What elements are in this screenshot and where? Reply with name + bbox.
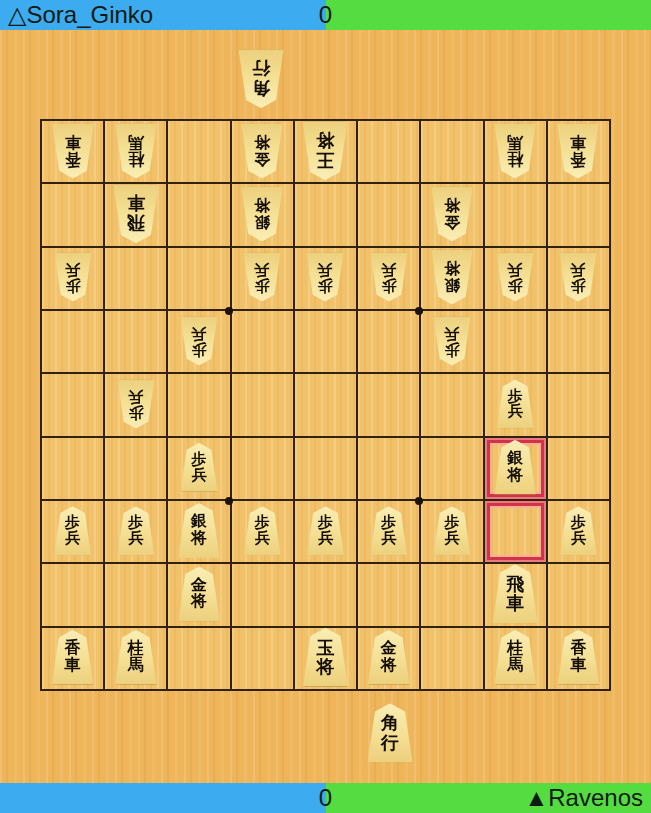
board-cell[interactable] bbox=[168, 184, 229, 245]
board-cell[interactable]: 歩兵 bbox=[232, 248, 293, 309]
board-cell[interactable] bbox=[105, 248, 166, 309]
board-cell[interactable]: 歩兵 bbox=[295, 248, 356, 309]
board-cell[interactable] bbox=[168, 248, 229, 309]
board-cell[interactable]: 歩兵 bbox=[168, 311, 229, 372]
board-cell[interactable] bbox=[232, 564, 293, 625]
board-cell[interactable] bbox=[485, 311, 546, 372]
shogi-piece[interactable]: 銀将 bbox=[492, 440, 538, 495]
board-cell[interactable] bbox=[421, 374, 482, 435]
shogi-piece[interactable]: 桂馬 bbox=[492, 630, 538, 685]
board-cell[interactable] bbox=[42, 564, 103, 625]
shogi-piece[interactable]: 桂馬 bbox=[492, 123, 538, 178]
star-point bbox=[415, 497, 423, 505]
shogi-piece[interactable]: 歩兵 bbox=[52, 506, 93, 555]
board-cell[interactable]: 桂馬 bbox=[485, 121, 546, 182]
board-cell[interactable] bbox=[485, 184, 546, 245]
board-cell[interactable]: 銀将 bbox=[232, 184, 293, 245]
shogi-piece[interactable]: 歩兵 bbox=[115, 380, 156, 429]
board-cell[interactable]: 香車 bbox=[42, 628, 103, 689]
board-cell[interactable] bbox=[42, 374, 103, 435]
board-cell[interactable] bbox=[358, 438, 419, 499]
board-cell[interactable]: 歩兵 bbox=[421, 501, 482, 562]
board-cell[interactable]: 金将 bbox=[358, 628, 419, 689]
board-cell[interactable] bbox=[168, 628, 229, 689]
shogi-piece[interactable]: 歩兵 bbox=[305, 506, 346, 555]
shogi-piece[interactable]: 歩兵 bbox=[179, 443, 220, 492]
gote-clock: 0 bbox=[0, 0, 651, 30]
board-cell[interactable] bbox=[105, 311, 166, 372]
shogi-piece[interactable]: 香車 bbox=[50, 630, 96, 685]
shogi-piece[interactable]: 香車 bbox=[50, 123, 96, 178]
board-cell[interactable]: 歩兵 bbox=[358, 248, 419, 309]
board-cell[interactable]: 歩兵 bbox=[168, 438, 229, 499]
board-cell[interactable]: 歩兵 bbox=[421, 311, 482, 372]
board-cell[interactable] bbox=[548, 564, 609, 625]
board-cell[interactable] bbox=[232, 438, 293, 499]
shogi-piece[interactable]: 飛車 bbox=[111, 184, 161, 243]
shogi-app: △Sora_Ginko 0 香車桂馬金将王将桂馬香車飛車銀将金将歩兵歩兵歩兵歩兵… bbox=[0, 0, 651, 813]
board-cell[interactable]: 歩兵 bbox=[42, 248, 103, 309]
board-cell[interactable] bbox=[548, 438, 609, 499]
shogi-piece[interactable]: 香車 bbox=[555, 123, 601, 178]
board-cell[interactable] bbox=[421, 628, 482, 689]
shogi-piece[interactable]: 飛車 bbox=[490, 564, 540, 623]
board-cell[interactable]: 金将 bbox=[232, 121, 293, 182]
board-cell[interactable]: 玉将 bbox=[295, 628, 356, 689]
star-point bbox=[415, 307, 423, 315]
shogi-piece[interactable]: 歩兵 bbox=[495, 253, 536, 302]
board-cell[interactable]: 桂馬 bbox=[485, 628, 546, 689]
board-cell[interactable]: 歩兵 bbox=[548, 248, 609, 309]
top-player-bar: △Sora_Ginko 0 bbox=[0, 0, 651, 30]
board-cell[interactable] bbox=[105, 564, 166, 625]
board-cell[interactable]: 歩兵 bbox=[105, 374, 166, 435]
board-cell[interactable] bbox=[421, 121, 482, 182]
shogi-piece[interactable]: 歩兵 bbox=[431, 506, 472, 555]
board-cell[interactable]: 歩兵 bbox=[358, 501, 419, 562]
shogi-piece[interactable]: 歩兵 bbox=[558, 506, 599, 555]
board-cell[interactable]: 金将 bbox=[421, 184, 482, 245]
board-cell[interactable]: 金将 bbox=[168, 564, 229, 625]
board-cell[interactable]: 銀将 bbox=[485, 438, 546, 499]
shogi-piece[interactable]: 歩兵 bbox=[242, 506, 283, 555]
shogi-piece[interactable]: 金将 bbox=[366, 630, 412, 685]
board-cell[interactable] bbox=[358, 311, 419, 372]
board-cell[interactable] bbox=[485, 501, 546, 562]
shogi-piece[interactable]: 銀将 bbox=[429, 250, 475, 305]
shogi-piece[interactable]: 歩兵 bbox=[368, 506, 409, 555]
shogi-piece[interactable]: 金将 bbox=[176, 566, 222, 621]
board-cell[interactable]: 桂馬 bbox=[105, 628, 166, 689]
board-cell[interactable]: 歩兵 bbox=[105, 501, 166, 562]
board-cell[interactable] bbox=[548, 374, 609, 435]
board-cell[interactable]: 歩兵 bbox=[485, 248, 546, 309]
shogi-piece[interactable]: 歩兵 bbox=[115, 506, 156, 555]
shogi-piece[interactable]: 玉将 bbox=[300, 628, 350, 687]
shogi-piece[interactable]: 香車 bbox=[555, 630, 601, 685]
board-cell[interactable] bbox=[42, 311, 103, 372]
shogi-piece[interactable]: 銀将 bbox=[176, 503, 222, 558]
board-cell[interactable] bbox=[358, 121, 419, 182]
board-cell[interactable]: 香車 bbox=[548, 121, 609, 182]
shogi-piece[interactable]: 歩兵 bbox=[431, 316, 472, 365]
board-cell[interactable] bbox=[232, 311, 293, 372]
shogi-piece[interactable]: 金将 bbox=[239, 123, 285, 178]
board-cell[interactable] bbox=[295, 311, 356, 372]
shogi-piece[interactable]: 歩兵 bbox=[242, 253, 283, 302]
board-cell[interactable] bbox=[548, 311, 609, 372]
board-cell[interactable] bbox=[421, 564, 482, 625]
board-cell[interactable]: 歩兵 bbox=[295, 501, 356, 562]
board-cell[interactable]: 香車 bbox=[42, 121, 103, 182]
shogi-piece[interactable]: 歩兵 bbox=[305, 253, 346, 302]
shogi-piece[interactable]: 金将 bbox=[429, 186, 475, 241]
board-cell[interactable]: 歩兵 bbox=[548, 501, 609, 562]
board-cell[interactable]: 王将 bbox=[295, 121, 356, 182]
board-cell[interactable] bbox=[232, 374, 293, 435]
shogi-piece[interactable]: 王将 bbox=[300, 121, 350, 180]
board-cell[interactable] bbox=[358, 374, 419, 435]
board-cell[interactable] bbox=[358, 564, 419, 625]
board-cell[interactable] bbox=[42, 438, 103, 499]
board-cell[interactable] bbox=[358, 184, 419, 245]
shogi-piece[interactable]: 桂馬 bbox=[113, 123, 159, 178]
shogi-board: 香車桂馬金将王将桂馬香車飛車銀将金将歩兵歩兵歩兵歩兵銀将歩兵歩兵歩兵歩兵歩兵歩兵… bbox=[40, 119, 611, 691]
board-cell[interactable] bbox=[295, 438, 356, 499]
board-cell[interactable]: 銀将 bbox=[168, 501, 229, 562]
board-cell[interactable] bbox=[295, 564, 356, 625]
board-cell[interactable] bbox=[295, 184, 356, 245]
board-cell[interactable]: 歩兵 bbox=[232, 501, 293, 562]
board-cell[interactable]: 桂馬 bbox=[105, 121, 166, 182]
board-cell[interactable] bbox=[232, 628, 293, 689]
shogi-piece[interactable]: 歩兵 bbox=[495, 380, 536, 429]
star-point bbox=[225, 307, 233, 315]
board-cell[interactable]: 歩兵 bbox=[42, 501, 103, 562]
board-cell[interactable] bbox=[295, 374, 356, 435]
board-cell[interactable]: 銀将 bbox=[421, 248, 482, 309]
board-cell[interactable] bbox=[168, 121, 229, 182]
shogi-piece[interactable]: 銀将 bbox=[239, 186, 285, 241]
bottom-player-bar: 0 ▲Ravenos bbox=[0, 783, 651, 813]
board-cell[interactable]: 飛車 bbox=[105, 184, 166, 245]
board-cell[interactable] bbox=[42, 184, 103, 245]
shogi-piece[interactable]: 歩兵 bbox=[179, 316, 220, 365]
shogi-piece[interactable]: 歩兵 bbox=[558, 253, 599, 302]
board-cell[interactable] bbox=[421, 438, 482, 499]
shogi-piece[interactable]: 歩兵 bbox=[368, 253, 409, 302]
board-cell[interactable] bbox=[105, 438, 166, 499]
board-cell[interactable] bbox=[168, 374, 229, 435]
board-cell[interactable]: 歩兵 bbox=[485, 374, 546, 435]
board-cell[interactable]: 飛車 bbox=[485, 564, 546, 625]
board-cell[interactable]: 香車 bbox=[548, 628, 609, 689]
shogi-piece[interactable]: 桂馬 bbox=[113, 630, 159, 685]
star-point bbox=[225, 497, 233, 505]
sente-player-name: ▲Ravenos bbox=[525, 783, 643, 813]
board-cell[interactable] bbox=[548, 184, 609, 245]
shogi-piece[interactable]: 歩兵 bbox=[52, 253, 93, 302]
